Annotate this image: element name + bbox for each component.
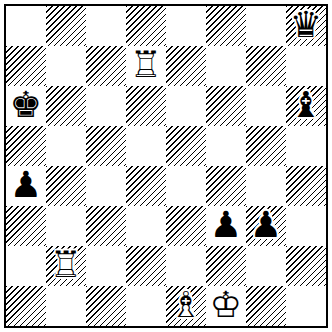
square-a4[interactable]: ♟♟ bbox=[6, 166, 46, 206]
square-c6[interactable] bbox=[86, 86, 126, 126]
piece-fill-layer: ♜ bbox=[50, 247, 82, 283]
square-a7[interactable] bbox=[6, 46, 46, 86]
piece-fill-layer: ♝ bbox=[290, 87, 322, 123]
square-g3[interactable]: ♟♟ bbox=[246, 206, 286, 246]
square-d6[interactable] bbox=[126, 86, 166, 126]
square-g2[interactable] bbox=[246, 246, 286, 286]
square-h7[interactable] bbox=[286, 46, 326, 86]
square-a3[interactable] bbox=[6, 206, 46, 246]
square-b5[interactable] bbox=[46, 126, 86, 166]
square-b8[interactable] bbox=[46, 6, 86, 46]
square-f8[interactable] bbox=[206, 6, 246, 46]
black-pawn-a4[interactable]: ♟♟ bbox=[6, 166, 46, 206]
square-d1[interactable] bbox=[126, 286, 166, 326]
square-a6[interactable]: ♚♚ bbox=[6, 86, 46, 126]
black-pawn-f3[interactable]: ♟♟ bbox=[206, 206, 246, 246]
square-c4[interactable] bbox=[86, 166, 126, 206]
square-d4[interactable] bbox=[126, 166, 166, 206]
square-c1[interactable] bbox=[86, 286, 126, 326]
square-h5[interactable] bbox=[286, 126, 326, 166]
black-pawn-g3[interactable]: ♟♟ bbox=[246, 206, 286, 246]
piece-fill-layer: ♚ bbox=[10, 87, 42, 123]
white-rook-icon: ♖ bbox=[130, 47, 162, 83]
black-bishop-icon: ♝ bbox=[290, 87, 322, 123]
square-e3[interactable] bbox=[166, 206, 206, 246]
square-d3[interactable] bbox=[126, 206, 166, 246]
square-c5[interactable] bbox=[86, 126, 126, 166]
piece-fill-layer: ♟ bbox=[210, 207, 242, 243]
square-b4[interactable] bbox=[46, 166, 86, 206]
square-e5[interactable] bbox=[166, 126, 206, 166]
piece-fill-layer: ♟ bbox=[10, 167, 42, 203]
square-h3[interactable] bbox=[286, 206, 326, 246]
square-b7[interactable] bbox=[46, 46, 86, 86]
black-pawn-icon: ♟ bbox=[10, 167, 42, 203]
square-g1[interactable] bbox=[246, 286, 286, 326]
square-a1[interactable] bbox=[6, 286, 46, 326]
white-rook-d7[interactable]: ♜♖ bbox=[126, 46, 166, 86]
square-h6[interactable]: ♝♝ bbox=[286, 86, 326, 126]
square-d8[interactable] bbox=[126, 6, 166, 46]
black-pawn-icon: ♟ bbox=[210, 207, 242, 243]
square-d5[interactable] bbox=[126, 126, 166, 166]
board-frame: ♛♛♜♖♚♚♝♝♟♟♟♟♟♟♜♖♝♗♚♔ bbox=[4, 4, 328, 328]
square-f4[interactable] bbox=[206, 166, 246, 206]
square-g6[interactable] bbox=[246, 86, 286, 126]
piece-fill-layer: ♟ bbox=[250, 207, 282, 243]
white-rook-icon: ♖ bbox=[50, 247, 82, 283]
piece-fill-layer: ♛ bbox=[290, 7, 322, 43]
square-c3[interactable] bbox=[86, 206, 126, 246]
chess-board: ♛♛♜♖♚♚♝♝♟♟♟♟♟♟♜♖♝♗♚♔ bbox=[6, 6, 326, 326]
piece-fill-layer: ♜ bbox=[130, 47, 162, 83]
white-rook-b2[interactable]: ♜♖ bbox=[46, 246, 86, 286]
square-a8[interactable] bbox=[6, 6, 46, 46]
square-b2[interactable]: ♜♖ bbox=[46, 246, 86, 286]
square-h1[interactable] bbox=[286, 286, 326, 326]
square-f1[interactable]: ♚♔ bbox=[206, 286, 246, 326]
square-e4[interactable] bbox=[166, 166, 206, 206]
square-e7[interactable] bbox=[166, 46, 206, 86]
square-a5[interactable] bbox=[6, 126, 46, 166]
square-b1[interactable] bbox=[46, 286, 86, 326]
square-c8[interactable] bbox=[86, 6, 126, 46]
square-b3[interactable] bbox=[46, 206, 86, 246]
black-bishop-h6[interactable]: ♝♝ bbox=[286, 86, 326, 126]
square-g5[interactable] bbox=[246, 126, 286, 166]
black-pawn-icon: ♟ bbox=[250, 207, 282, 243]
square-e2[interactable] bbox=[166, 246, 206, 286]
square-f7[interactable] bbox=[206, 46, 246, 86]
square-h2[interactable] bbox=[286, 246, 326, 286]
square-b6[interactable] bbox=[46, 86, 86, 126]
white-bishop-e1[interactable]: ♝♗ bbox=[166, 286, 206, 326]
square-f6[interactable] bbox=[206, 86, 246, 126]
white-bishop-icon: ♗ bbox=[170, 287, 202, 323]
square-h4[interactable] bbox=[286, 166, 326, 206]
white-king-icon: ♔ bbox=[210, 287, 242, 323]
square-f5[interactable] bbox=[206, 126, 246, 166]
square-e1[interactable]: ♝♗ bbox=[166, 286, 206, 326]
black-king-a6[interactable]: ♚♚ bbox=[6, 86, 46, 126]
black-queen-icon: ♛ bbox=[290, 7, 322, 43]
piece-fill-layer: ♝ bbox=[170, 287, 202, 323]
square-f2[interactable] bbox=[206, 246, 246, 286]
piece-fill-layer: ♚ bbox=[210, 287, 242, 323]
square-g7[interactable] bbox=[246, 46, 286, 86]
black-king-icon: ♚ bbox=[10, 87, 42, 123]
square-c7[interactable] bbox=[86, 46, 126, 86]
black-queen-h8[interactable]: ♛♛ bbox=[286, 6, 326, 46]
square-e6[interactable] bbox=[166, 86, 206, 126]
square-a2[interactable] bbox=[6, 246, 46, 286]
square-d2[interactable] bbox=[126, 246, 166, 286]
white-king-f1[interactable]: ♚♔ bbox=[206, 286, 246, 326]
square-f3[interactable]: ♟♟ bbox=[206, 206, 246, 246]
square-h8[interactable]: ♛♛ bbox=[286, 6, 326, 46]
square-c2[interactable] bbox=[86, 246, 126, 286]
chess-diagram: ♛♛♜♖♚♚♝♝♟♟♟♟♟♟♜♖♝♗♚♔ bbox=[0, 0, 332, 332]
square-g4[interactable] bbox=[246, 166, 286, 206]
square-g8[interactable] bbox=[246, 6, 286, 46]
square-e8[interactable] bbox=[166, 6, 206, 46]
square-d7[interactable]: ♜♖ bbox=[126, 46, 166, 86]
